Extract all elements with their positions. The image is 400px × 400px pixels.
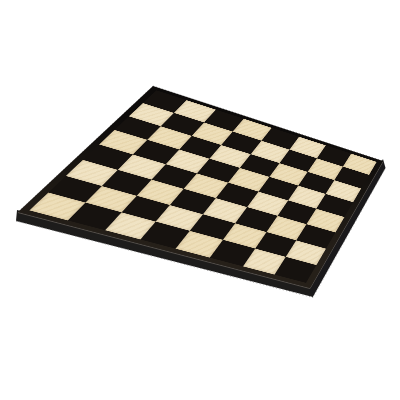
product-photo [0,0,400,400]
